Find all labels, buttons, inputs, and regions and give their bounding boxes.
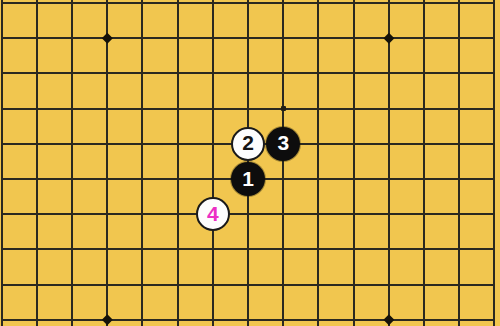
board-intersection[interactable] [0, 21, 19, 56]
board-intersection[interactable] [230, 232, 265, 267]
board-intersection[interactable] [160, 267, 195, 302]
board-intersection[interactable] [442, 21, 477, 56]
board-intersection[interactable] [195, 0, 230, 21]
board-intersection[interactable] [0, 232, 19, 267]
board-intersection[interactable] [195, 21, 230, 56]
stone-white-4: 4 [196, 197, 230, 231]
board-intersection[interactable] [406, 91, 441, 126]
board-intersection[interactable] [90, 267, 125, 302]
board-intersection[interactable] [0, 0, 19, 21]
board-intersection[interactable] [442, 232, 477, 267]
board-intersection[interactable] [125, 126, 160, 161]
board-intersection[interactable] [477, 267, 500, 302]
board-intersection[interactable] [442, 197, 477, 232]
board-intersection[interactable] [442, 56, 477, 91]
board-intersection[interactable] [406, 267, 441, 302]
board-intersection[interactable] [160, 0, 195, 21]
board-intersection[interactable] [90, 197, 125, 232]
board-intersection[interactable] [125, 21, 160, 56]
board-intersection[interactable] [406, 161, 441, 196]
board-intersection[interactable] [54, 161, 89, 196]
board-intersection[interactable] [54, 232, 89, 267]
board-intersection[interactable] [266, 232, 301, 267]
board-intersection[interactable] [160, 91, 195, 126]
board-intersection[interactable] [301, 197, 336, 232]
board-intersection[interactable] [301, 232, 336, 267]
board-intersection[interactable] [371, 197, 406, 232]
board-intersection[interactable] [336, 302, 371, 326]
board-intersection[interactable] [160, 197, 195, 232]
board-intersection[interactable] [442, 0, 477, 21]
board-intersection[interactable] [266, 267, 301, 302]
board-intersection[interactable] [371, 267, 406, 302]
goban-board: 1234 [0, 0, 500, 326]
board-intersection[interactable] [266, 56, 301, 91]
board-intersection[interactable] [0, 91, 19, 126]
board-intersection[interactable] [19, 21, 54, 56]
board-intersection[interactable] [230, 21, 265, 56]
board-intersection[interactable] [301, 161, 336, 196]
board-intersection[interactable] [442, 126, 477, 161]
board-intersection[interactable] [301, 0, 336, 21]
board-intersection[interactable] [19, 126, 54, 161]
board-intersection[interactable] [19, 197, 54, 232]
board-intersection[interactable] [230, 302, 265, 326]
board-intersection[interactable] [477, 197, 500, 232]
board-intersection[interactable] [195, 267, 230, 302]
board-intersection[interactable] [54, 21, 89, 56]
board-intersection[interactable] [90, 0, 125, 21]
board-intersection[interactable] [230, 197, 265, 232]
board-intersection[interactable] [54, 0, 89, 21]
board-intersection[interactable] [0, 56, 19, 91]
board-intersection[interactable] [54, 302, 89, 326]
board-intersection[interactable] [19, 267, 54, 302]
board-intersection[interactable] [266, 197, 301, 232]
board-intersection[interactable] [301, 56, 336, 91]
stone-black-3: 3 [266, 127, 300, 161]
board-intersection[interactable] [0, 197, 19, 232]
board-intersection[interactable] [90, 56, 125, 91]
board-intersection[interactable] [442, 161, 477, 196]
board-intersection[interactable] [19, 232, 54, 267]
board-intersection[interactable] [477, 302, 500, 326]
board-intersection[interactable] [0, 302, 19, 326]
board-intersection[interactable] [477, 56, 500, 91]
board-intersection[interactable] [0, 267, 19, 302]
board-intersection[interactable] [406, 21, 441, 56]
stone-black-1: 1 [231, 162, 265, 196]
board-intersection[interactable] [371, 161, 406, 196]
board-intersection[interactable] [54, 56, 89, 91]
board-intersection[interactable] [230, 91, 265, 126]
board-intersection[interactable] [336, 197, 371, 232]
board-intersection[interactable] [125, 232, 160, 267]
board-intersection[interactable] [195, 161, 230, 196]
stone-move-number: 4 [207, 203, 219, 224]
stone-white-2: 2 [231, 127, 265, 161]
board-intersection[interactable] [301, 302, 336, 326]
board-intersection[interactable] [442, 302, 477, 326]
board-intersection[interactable] [125, 161, 160, 196]
board-intersection[interactable] [125, 267, 160, 302]
board-intersection[interactable] [230, 267, 265, 302]
board-intersection[interactable] [195, 91, 230, 126]
board-intersection[interactable] [125, 56, 160, 91]
board-intersection[interactable] [19, 91, 54, 126]
board-intersection[interactable] [406, 56, 441, 91]
board-intersection[interactable] [266, 161, 301, 196]
board-intersection[interactable] [160, 161, 195, 196]
board-intersection[interactable] [125, 0, 160, 21]
board-intersection[interactable] [301, 21, 336, 56]
board-intersection[interactable] [371, 126, 406, 161]
board-intersection[interactable] [266, 0, 301, 21]
board-intersection[interactable] [90, 126, 125, 161]
board-intersection[interactable] [195, 232, 230, 267]
board-intersection[interactable] [90, 161, 125, 196]
board-intersection[interactable] [54, 267, 89, 302]
board-intersection[interactable] [160, 21, 195, 56]
stone-move-number: 3 [277, 132, 289, 153]
board-intersection[interactable] [371, 0, 406, 21]
dot-marker-icon [281, 106, 286, 111]
board-intersection[interactable] [195, 126, 230, 161]
board-intersection[interactable] [336, 21, 371, 56]
board-intersection[interactable] [336, 56, 371, 91]
board-intersection[interactable] [54, 91, 89, 126]
board-intersection[interactable] [477, 161, 500, 196]
board-intersection[interactable] [371, 56, 406, 91]
board-intersection[interactable] [19, 161, 54, 196]
board-intersection[interactable] [406, 0, 441, 21]
board-intersection[interactable] [230, 0, 265, 21]
board-intersection[interactable] [0, 161, 19, 196]
board-intersection[interactable] [406, 302, 441, 326]
board-intersection[interactable] [477, 21, 500, 56]
board-intersection[interactable] [336, 161, 371, 196]
board-intersection[interactable] [125, 91, 160, 126]
board-intersection[interactable] [125, 302, 160, 326]
board-intersection[interactable] [477, 91, 500, 126]
board-intersection[interactable] [371, 232, 406, 267]
board-intersection[interactable] [19, 0, 54, 21]
board-intersection[interactable] [371, 91, 406, 126]
board-intersection[interactable] [477, 126, 500, 161]
board-intersection[interactable] [336, 232, 371, 267]
stone-move-number: 1 [242, 168, 254, 189]
board-intersection[interactable] [160, 126, 195, 161]
board-intersection[interactable] [406, 197, 441, 232]
board-intersection[interactable] [90, 232, 125, 267]
board-intersection[interactable] [19, 56, 54, 91]
board-intersection[interactable] [230, 56, 265, 91]
board-intersection[interactable] [195, 302, 230, 326]
board-intersection[interactable] [160, 56, 195, 91]
board-grid: 1234 [0, 0, 500, 326]
board-intersection[interactable] [19, 302, 54, 326]
board-intersection[interactable] [301, 126, 336, 161]
board-intersection[interactable] [266, 21, 301, 56]
board-intersection[interactable] [442, 91, 477, 126]
board-intersection[interactable] [336, 126, 371, 161]
board-intersection[interactable] [336, 267, 371, 302]
board-intersection[interactable] [336, 0, 371, 21]
board-intersection[interactable] [195, 56, 230, 91]
board-intersection[interactable] [406, 232, 441, 267]
board-intersection[interactable] [90, 91, 125, 126]
board-intersection[interactable] [125, 197, 160, 232]
board-intersection[interactable] [160, 302, 195, 326]
board-intersection[interactable] [406, 126, 441, 161]
board-intersection[interactable] [301, 91, 336, 126]
stone-move-number: 2 [242, 132, 254, 153]
board-intersection[interactable] [477, 232, 500, 267]
board-intersection[interactable] [266, 302, 301, 326]
board-intersection[interactable] [54, 197, 89, 232]
board-intersection[interactable] [0, 126, 19, 161]
board-intersection[interactable] [301, 267, 336, 302]
board-intersection[interactable] [160, 232, 195, 267]
board-intersection[interactable] [54, 126, 89, 161]
board-intersection[interactable] [442, 267, 477, 302]
board-intersection[interactable] [477, 0, 500, 21]
board-intersection[interactable] [336, 91, 371, 126]
